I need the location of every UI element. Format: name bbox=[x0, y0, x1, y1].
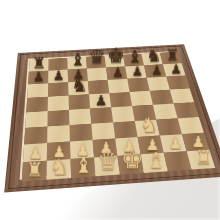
square-d4 bbox=[90, 107, 113, 123]
piece-black-pawn-a7: ♟ bbox=[32, 70, 44, 83]
square-c2: ♟ bbox=[70, 140, 94, 159]
square-c7: ♟ bbox=[68, 69, 88, 83]
square-h5 bbox=[170, 88, 194, 103]
square-c4 bbox=[69, 109, 91, 126]
square-d6 bbox=[88, 80, 109, 94]
square-g1 bbox=[164, 151, 192, 171]
square-d1: ♛ bbox=[94, 156, 120, 176]
square-c5 bbox=[69, 94, 91, 109]
square-d3 bbox=[91, 122, 115, 140]
square-e2: ♟ bbox=[115, 137, 140, 156]
piece-black-bishop-f8: ♝ bbox=[127, 48, 142, 65]
square-c3 bbox=[69, 124, 92, 142]
square-h4 bbox=[174, 102, 199, 118]
square-h1: ♜ bbox=[187, 150, 216, 170]
chess-board: ♜♝♛♚♝♞♜♟♟♟♟♟♟♟♞♟♞♟♟♟♟♟♟♟♟♜♞♝♛♚♝♜ bbox=[20, 51, 213, 180]
square-a4 bbox=[25, 111, 47, 128]
square-a7: ♟ bbox=[28, 71, 48, 85]
piece-black-rook-h8: ♜ bbox=[165, 48, 179, 63]
piece-white-bishop-c1: ♝ bbox=[73, 154, 93, 176]
square-b7: ♟ bbox=[48, 70, 68, 84]
square-d7 bbox=[87, 68, 108, 82]
piece-black-pawn-g7: ♟ bbox=[150, 63, 162, 76]
chessboard-product-photo: { "game": "chess", "scene": { "descripti… bbox=[0, 0, 220, 220]
square-b6 bbox=[48, 82, 69, 97]
square-a5 bbox=[26, 97, 48, 113]
piece-white-pawn-b2: ♟ bbox=[52, 143, 66, 159]
piece-black-bishop-c8: ♝ bbox=[70, 51, 86, 68]
square-a2: ♟ bbox=[23, 143, 47, 162]
square-c1: ♝ bbox=[71, 157, 96, 178]
square-g3 bbox=[156, 118, 182, 135]
square-e3 bbox=[113, 121, 137, 139]
square-b2: ♟ bbox=[47, 141, 71, 160]
square-e6 bbox=[108, 79, 130, 93]
piece-white-rook-a1: ♜ bbox=[25, 160, 43, 180]
piece-white-pawn-e2: ♟ bbox=[122, 139, 136, 155]
piece-black-pawn-c7: ♟ bbox=[72, 68, 84, 81]
piece-black-queen-d8: ♛ bbox=[88, 48, 105, 67]
square-e4 bbox=[111, 106, 135, 122]
square-e1: ♚ bbox=[117, 154, 144, 174]
piece-white-pawn-f2: ♟ bbox=[145, 137, 159, 153]
piece-white-pawn-c2: ♟ bbox=[75, 142, 89, 158]
piece-white-pawn-d2: ♟ bbox=[99, 140, 113, 156]
piece-black-pawn-b7: ♟ bbox=[52, 69, 64, 82]
square-d5: ♟ bbox=[89, 93, 111, 108]
square-h7: ♟ bbox=[163, 63, 186, 76]
piece-black-king-e8: ♚ bbox=[107, 46, 125, 66]
square-b1: ♞ bbox=[47, 159, 72, 180]
piece-white-pawn-h2: ♟ bbox=[191, 134, 205, 149]
square-h2: ♟ bbox=[182, 133, 209, 151]
photo-scene: ♜♝♛♚♝♞♜♟♟♟♟♟♟♟♞♟♞♟♟♟♟♟♟♟♟♜♞♝♛♚♝♜ bbox=[0, 0, 220, 220]
piece-white-pawn-a2: ♟ bbox=[28, 145, 42, 161]
square-h6 bbox=[166, 75, 189, 89]
square-a1: ♜ bbox=[22, 161, 47, 182]
square-a3 bbox=[24, 126, 47, 144]
square-e5 bbox=[109, 92, 132, 107]
square-e7: ♟ bbox=[106, 66, 127, 79]
square-a6 bbox=[27, 83, 48, 98]
board-frame: ♜♝♛♚♝♞♜♟♟♟♟♟♟♟♞♟♞♟♟♟♟♟♟♟♟♜♞♝♛♚♝♜ bbox=[4, 44, 220, 192]
square-b4 bbox=[47, 110, 69, 127]
piece-white-bishop-f1: ♝ bbox=[146, 149, 166, 171]
square-g4 bbox=[153, 103, 178, 119]
piece-white-knight-b1: ♞ bbox=[49, 156, 69, 178]
piece-black-pawn-d5: ♟ bbox=[94, 93, 107, 107]
square-h3 bbox=[178, 117, 204, 134]
piece-white-rook-h1: ♜ bbox=[195, 148, 212, 167]
piece-black-pawn-e7: ♟ bbox=[111, 66, 123, 79]
square-f1: ♝ bbox=[141, 153, 168, 173]
piece-black-rook-a8: ♜ bbox=[32, 55, 46, 71]
square-c6: ♞ bbox=[68, 81, 89, 96]
square-d2: ♟ bbox=[93, 139, 118, 158]
square-b5 bbox=[48, 96, 69, 112]
piece-white-pawn-g2: ♟ bbox=[168, 136, 182, 151]
piece-black-knight-g8: ♞ bbox=[146, 47, 161, 64]
piece-black-pawn-f7: ♟ bbox=[131, 65, 143, 78]
square-b3 bbox=[47, 125, 70, 143]
piece-black-pawn-h7: ♟ bbox=[170, 62, 182, 75]
